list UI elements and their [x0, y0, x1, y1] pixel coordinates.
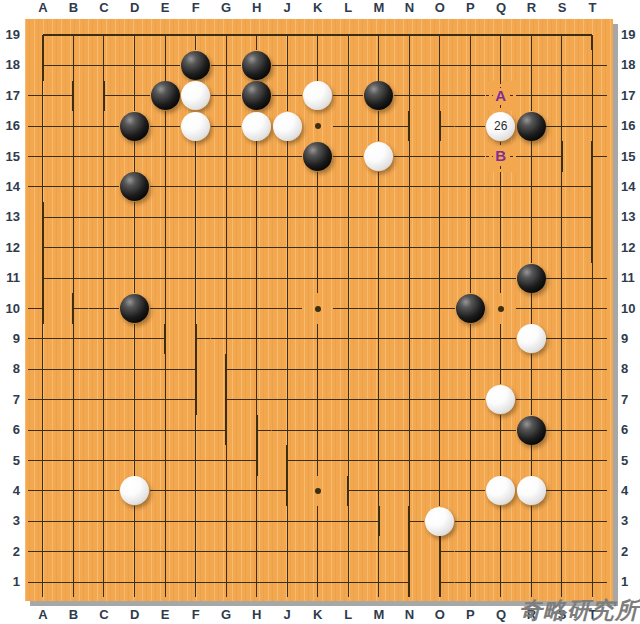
star-point [498, 306, 504, 312]
coord-label-left-15: 15 [0, 150, 20, 164]
intersection [28, 567, 59, 597]
intersection [455, 445, 486, 475]
intersection [333, 476, 364, 506]
coord-label-bottom-P: P [466, 608, 475, 622]
intersection [394, 324, 425, 354]
intersection [333, 445, 364, 475]
intersection [455, 233, 486, 263]
coord-label-top-G: G [221, 1, 231, 15]
intersection [272, 50, 303, 80]
intersection [394, 50, 425, 80]
stone-white-F17 [181, 81, 210, 110]
intersection [485, 233, 516, 263]
intersection [516, 50, 547, 80]
intersection [394, 415, 425, 445]
intersection [180, 354, 211, 384]
intersection [577, 141, 608, 171]
intersection [150, 567, 181, 597]
coord-label-top-F: F [192, 1, 200, 15]
intersection [424, 445, 455, 475]
intersection [577, 263, 608, 293]
intersection [455, 384, 486, 414]
intersection [58, 567, 89, 597]
intersection [577, 536, 608, 566]
intersection [241, 263, 272, 293]
intersection [272, 233, 303, 263]
coord-label-left-4: 4 [0, 484, 20, 498]
intersection [150, 293, 181, 323]
intersection [424, 233, 455, 263]
intersection [58, 476, 89, 506]
coord-label-right-16: 16 [621, 119, 635, 133]
intersection [58, 384, 89, 414]
coord-label-right-11: 11 [621, 271, 635, 285]
stone-white-O3 [425, 507, 454, 536]
intersection [272, 567, 303, 597]
intersection [577, 233, 608, 263]
intersection [150, 111, 181, 141]
stone-black-K15 [303, 142, 332, 171]
intersection [455, 111, 486, 141]
intersection [455, 415, 486, 445]
intersection [424, 567, 455, 597]
intersection [363, 50, 394, 80]
coord-label-top-A: A [38, 1, 47, 15]
intersection [211, 384, 242, 414]
coord-label-bottom-E: E [161, 608, 170, 622]
intersection [302, 202, 333, 232]
stone-white-Q16: 26 [486, 112, 515, 141]
intersection [89, 293, 120, 323]
intersection [363, 384, 394, 414]
intersection [28, 445, 59, 475]
annotation-label: A [493, 88, 508, 105]
star-point [315, 123, 321, 129]
intersection [577, 506, 608, 536]
intersection [455, 567, 486, 597]
intersection [241, 141, 272, 171]
board-grid: AB26 [28, 20, 608, 597]
watermark-text: 奇略研究所 [519, 595, 639, 624]
intersection [180, 445, 211, 475]
intersection [394, 293, 425, 323]
intersection [333, 293, 364, 323]
intersection [241, 445, 272, 475]
coord-label-right-7: 7 [621, 393, 628, 407]
intersection [516, 202, 547, 232]
intersection [577, 384, 608, 414]
coord-label-top-P: P [466, 1, 475, 15]
intersection [272, 141, 303, 171]
intersection [516, 506, 547, 536]
intersection [272, 384, 303, 414]
intersection [363, 567, 394, 597]
intersection [394, 172, 425, 202]
intersection [58, 141, 89, 171]
intersection [394, 263, 425, 293]
intersection [180, 20, 211, 50]
intersection [89, 384, 120, 414]
intersection [211, 324, 242, 354]
intersection [150, 172, 181, 202]
intersection [302, 50, 333, 80]
intersection [150, 536, 181, 566]
intersection [333, 111, 364, 141]
coord-label-right-17: 17 [621, 89, 635, 103]
intersection [241, 415, 272, 445]
stone-white-R9 [517, 324, 546, 353]
intersection [363, 20, 394, 50]
intersection [241, 384, 272, 414]
intersection [577, 567, 608, 597]
intersection [272, 415, 303, 445]
stone-black-P10 [456, 294, 485, 323]
intersection [211, 111, 242, 141]
intersection [180, 567, 211, 597]
intersection [302, 415, 333, 445]
coord-label-left-14: 14 [0, 180, 20, 194]
coord-label-right-1: 1 [621, 575, 628, 589]
intersection [272, 324, 303, 354]
intersection [333, 415, 364, 445]
intersection [546, 567, 577, 597]
intersection [577, 172, 608, 202]
coord-label-top-D: D [130, 1, 139, 15]
stone-white-J16 [273, 112, 302, 141]
intersection [516, 384, 547, 414]
intersection [119, 567, 150, 597]
coord-label-left-17: 17 [0, 89, 20, 103]
intersection [424, 141, 455, 171]
intersection [180, 476, 211, 506]
coord-label-left-7: 7 [0, 393, 20, 407]
intersection [272, 172, 303, 202]
intersection [150, 415, 181, 445]
star-point [315, 488, 321, 494]
intersection [28, 476, 59, 506]
intersection [180, 263, 211, 293]
intersection [333, 50, 364, 80]
intersection [28, 20, 59, 50]
intersection [150, 233, 181, 263]
intersection [272, 476, 303, 506]
intersection [424, 415, 455, 445]
intersection [28, 293, 59, 323]
coord-label-right-10: 10 [621, 302, 635, 316]
intersection [363, 111, 394, 141]
intersection [58, 506, 89, 536]
intersection [211, 263, 242, 293]
intersection [211, 20, 242, 50]
intersection [333, 20, 364, 50]
intersection [546, 476, 577, 506]
coord-label-top-H: H [252, 1, 261, 15]
intersection [28, 233, 59, 263]
coord-label-right-18: 18 [621, 58, 635, 72]
intersection [394, 20, 425, 50]
coord-label-right-8: 8 [621, 362, 628, 376]
intersection [363, 202, 394, 232]
intersection [516, 445, 547, 475]
intersection [180, 506, 211, 536]
intersection [119, 324, 150, 354]
intersection [241, 202, 272, 232]
intersection [516, 81, 547, 111]
intersection [333, 263, 364, 293]
intersection [485, 567, 516, 597]
intersection [89, 506, 120, 536]
intersection [150, 141, 181, 171]
intersection [455, 50, 486, 80]
intersection [180, 172, 211, 202]
intersection [28, 202, 59, 232]
intersection [516, 293, 547, 323]
intersection [28, 536, 59, 566]
intersection [241, 476, 272, 506]
coord-label-bottom-A: A [38, 608, 47, 622]
intersection [577, 324, 608, 354]
intersection [180, 202, 211, 232]
intersection [485, 20, 516, 50]
intersection [455, 172, 486, 202]
intersection [119, 354, 150, 384]
coord-label-left-16: 16 [0, 119, 20, 133]
intersection [58, 172, 89, 202]
intersection [546, 354, 577, 384]
intersection [89, 141, 120, 171]
coord-label-bottom-Q: Q [496, 608, 506, 622]
coord-label-top-N: N [405, 1, 414, 15]
intersection [58, 324, 89, 354]
intersection [394, 354, 425, 384]
stone-black-D14 [120, 172, 149, 201]
intersection [424, 20, 455, 50]
intersection [89, 263, 120, 293]
intersection [150, 324, 181, 354]
intersection [424, 384, 455, 414]
intersection [363, 445, 394, 475]
coord-label-left-8: 8 [0, 362, 20, 376]
intersection [119, 202, 150, 232]
intersection [394, 233, 425, 263]
coord-label-right-14: 14 [621, 180, 635, 194]
intersection [211, 202, 242, 232]
intersection [394, 445, 425, 475]
intersection [485, 324, 516, 354]
intersection [424, 293, 455, 323]
intersection [272, 536, 303, 566]
intersection [546, 415, 577, 445]
intersection [333, 567, 364, 597]
coord-label-right-3: 3 [621, 514, 628, 528]
intersection [119, 81, 150, 111]
intersection [516, 172, 547, 202]
stone-white-K17 [303, 81, 332, 110]
stone-white-H16 [242, 112, 271, 141]
intersection [58, 202, 89, 232]
intersection [211, 354, 242, 384]
intersection [485, 202, 516, 232]
stone-black-R11 [517, 264, 546, 293]
intersection [424, 354, 455, 384]
intersection [485, 172, 516, 202]
intersection [302, 233, 333, 263]
intersection [394, 384, 425, 414]
intersection [333, 141, 364, 171]
intersection [577, 111, 608, 141]
intersection [119, 506, 150, 536]
coord-label-bottom-N: N [405, 608, 414, 622]
intersection [241, 20, 272, 50]
coord-label-top-E: E [161, 1, 170, 15]
coord-label-right-5: 5 [621, 454, 628, 468]
intersection [211, 50, 242, 80]
intersection [455, 354, 486, 384]
intersection [485, 415, 516, 445]
coord-label-bottom-C: C [99, 608, 108, 622]
intersection [89, 567, 120, 597]
intersection [394, 111, 425, 141]
intersection [89, 233, 120, 263]
intersection [180, 384, 211, 414]
coord-label-bottom-K: K [313, 608, 322, 622]
intersection [394, 536, 425, 566]
intersection [211, 536, 242, 566]
intersection [119, 233, 150, 263]
intersection [119, 415, 150, 445]
coord-label-top-R: R [527, 1, 536, 15]
intersection [333, 506, 364, 536]
intersection [577, 50, 608, 80]
coord-label-left-9: 9 [0, 332, 20, 346]
intersection [119, 20, 150, 50]
intersection [363, 415, 394, 445]
intersection [272, 506, 303, 536]
intersection [546, 506, 577, 536]
intersection [546, 445, 577, 475]
intersection [302, 506, 333, 536]
intersection [272, 445, 303, 475]
intersection [180, 415, 211, 445]
stone-black-D16 [120, 112, 149, 141]
stone-black-D10 [120, 294, 149, 323]
coord-label-top-B: B [69, 1, 78, 15]
intersection [211, 506, 242, 536]
coord-label-right-13: 13 [621, 210, 635, 224]
intersection [241, 233, 272, 263]
intersection [211, 445, 242, 475]
intersection [302, 263, 333, 293]
intersection [577, 415, 608, 445]
coord-label-left-6: 6 [0, 423, 20, 437]
intersection [119, 384, 150, 414]
intersection [455, 81, 486, 111]
intersection [485, 506, 516, 536]
intersection [546, 536, 577, 566]
coord-label-left-3: 3 [0, 514, 20, 528]
intersection [363, 233, 394, 263]
coord-label-left-13: 13 [0, 210, 20, 224]
intersection [119, 50, 150, 80]
intersection [363, 354, 394, 384]
intersection [150, 506, 181, 536]
intersection [119, 536, 150, 566]
intersection [211, 293, 242, 323]
coord-label-top-Q: Q [496, 1, 506, 15]
star-point [315, 306, 321, 312]
intersection [241, 536, 272, 566]
intersection [424, 476, 455, 506]
intersection [455, 476, 486, 506]
intersection [363, 172, 394, 202]
intersection [28, 506, 59, 536]
coord-label-right-4: 4 [621, 484, 628, 498]
intersection [58, 111, 89, 141]
coord-label-bottom-D: D [130, 608, 139, 622]
stone-white-Q7 [486, 385, 515, 414]
stone-white-R4 [517, 476, 546, 505]
intersection [28, 415, 59, 445]
go-board: AB26 [25, 19, 613, 601]
coord-label-bottom-B: B [69, 608, 78, 622]
intersection [546, 20, 577, 50]
intersection [577, 202, 608, 232]
intersection [363, 476, 394, 506]
intersection [180, 536, 211, 566]
intersection [546, 324, 577, 354]
move-number-label: 26 [494, 120, 507, 132]
annotation-b-Q15: B [486, 142, 516, 172]
intersection [546, 263, 577, 293]
intersection [89, 476, 120, 506]
intersection [546, 81, 577, 111]
coord-label-top-J: J [284, 1, 291, 15]
stone-black-R16 [517, 112, 546, 141]
intersection [180, 293, 211, 323]
coord-label-right-2: 2 [621, 545, 628, 559]
intersection [363, 263, 394, 293]
intersection [58, 233, 89, 263]
intersection [180, 141, 211, 171]
intersection [302, 384, 333, 414]
intersection [394, 506, 425, 536]
coord-label-left-11: 11 [0, 271, 20, 285]
intersection [150, 445, 181, 475]
intersection [89, 354, 120, 384]
intersection [333, 324, 364, 354]
intersection [546, 111, 577, 141]
coord-label-bottom-O: O [435, 608, 445, 622]
stone-white-M15 [364, 142, 393, 171]
intersection [394, 476, 425, 506]
intersection [424, 536, 455, 566]
coord-label-right-15: 15 [621, 150, 635, 164]
coord-label-left-1: 1 [0, 575, 20, 589]
coord-label-left-18: 18 [0, 58, 20, 72]
coord-label-top-T: T [589, 1, 597, 15]
intersection [58, 293, 89, 323]
intersection [241, 293, 272, 323]
stone-black-R6 [517, 416, 546, 445]
intersection [577, 81, 608, 111]
intersection [546, 141, 577, 171]
intersection [485, 445, 516, 475]
stone-black-M17 [364, 81, 393, 110]
intersection [211, 81, 242, 111]
intersection [302, 20, 333, 50]
intersection [28, 263, 59, 293]
intersection [577, 293, 608, 323]
